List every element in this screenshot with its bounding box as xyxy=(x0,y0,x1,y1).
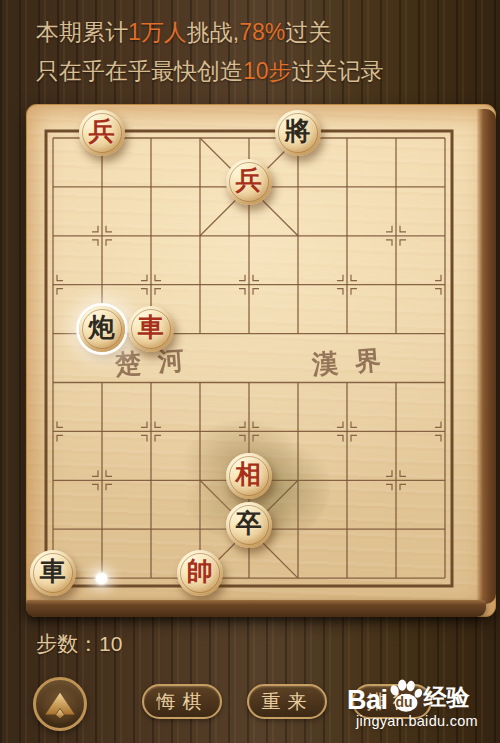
piece-red-soldier[interactable]: 兵 xyxy=(79,110,125,156)
board-edge-right xyxy=(477,109,496,604)
piece-glyph: 帥 xyxy=(187,559,213,585)
piece-red-soldier[interactable]: 兵 xyxy=(226,159,272,205)
banner-highlight: 10步 xyxy=(243,58,292,84)
banner-text: 过关 xyxy=(285,19,331,45)
baidu-paw-icon: du xyxy=(387,678,425,716)
undo-button[interactable]: 悔棋 xyxy=(142,684,222,719)
banner-text: 过关记录 xyxy=(292,58,384,84)
baidu-jingyan-watermark: Bai du 经验 jingyan.baidu.com xyxy=(347,678,487,729)
piece-glyph: 車 xyxy=(40,559,66,585)
piece-black-soldier[interactable]: 卒 xyxy=(226,502,272,548)
collapse-button[interactable] xyxy=(33,677,87,731)
challenge-banner: 本期累计1万人挑战,78%过关 只在乎在乎最快创造10步过关记录 xyxy=(36,13,384,91)
watermark-text-bai: Bai xyxy=(347,685,388,716)
piece-glyph: 兵 xyxy=(89,119,115,145)
banner-text: 本期累计 xyxy=(36,19,128,45)
chevron-up-icon xyxy=(43,689,77,719)
restart-button[interactable]: 重来 xyxy=(247,684,327,719)
step-counter-label: 步数： xyxy=(36,632,99,655)
watermark-brand-row: Bai du 经验 xyxy=(347,678,487,716)
banner-highlight: 78% xyxy=(239,19,285,45)
piece-glyph: 車 xyxy=(138,315,164,341)
step-counter: 步数：10 xyxy=(36,630,122,658)
piece-glyph: 將 xyxy=(285,119,311,145)
piece-glyph: 卒 xyxy=(236,511,262,537)
piece-glyph: 兵 xyxy=(236,168,262,194)
xiangqi-board[interactable]: 楚河 漢界 兵將兵炮車相卒車帥 xyxy=(26,104,496,617)
banner-text: 只在乎在乎最快创造 xyxy=(36,58,243,84)
last-move-from-marker xyxy=(96,573,107,584)
banner-text: 挑战, xyxy=(187,19,239,45)
watermark-text-du: du xyxy=(396,694,413,710)
piece-red-elephant[interactable]: 相 xyxy=(226,453,272,499)
banner-line-2: 只在乎在乎最快创造10步过关记录 xyxy=(36,52,384,91)
piece-glyph: 相 xyxy=(236,462,262,488)
piece-glyph: 炮 xyxy=(89,315,115,341)
piece-red-chariot[interactable]: 車 xyxy=(128,306,174,352)
step-counter-value: 10 xyxy=(99,632,122,655)
app-screen: 本期累计1万人挑战,78%过关 只在乎在乎最快创造10步过关记录 楚河 漢界 兵… xyxy=(0,0,500,743)
banner-highlight: 1万人 xyxy=(128,19,187,45)
banner-line-1: 本期累计1万人挑战,78%过关 xyxy=(36,13,384,52)
watermark-text-jingyan: 经验 xyxy=(424,682,470,716)
piece-black-cannon[interactable]: 炮 xyxy=(79,306,125,352)
piece-black-chariot[interactable]: 車 xyxy=(30,550,76,596)
piece-red-general[interactable]: 帥 xyxy=(177,550,223,596)
piece-grid: 兵將兵炮車相卒車帥 xyxy=(28,114,469,603)
piece-black-general[interactable]: 將 xyxy=(275,110,321,156)
board-edge-bottom xyxy=(26,600,486,617)
